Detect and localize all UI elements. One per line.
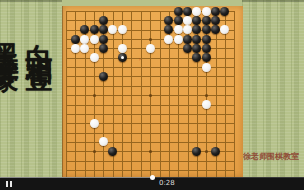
white-stone [174, 25, 183, 34]
black-stone [192, 53, 201, 62]
grid-hline [66, 114, 234, 115]
black-stone [192, 147, 201, 156]
black-stone [202, 44, 211, 53]
white-stone [202, 7, 211, 16]
go-board[interactable]: › [62, 6, 243, 177]
white-stone [118, 44, 127, 53]
grid-vline [234, 11, 235, 179]
black-stone [99, 72, 108, 81]
grid-vline [225, 11, 226, 179]
board-annotation: › [139, 55, 141, 62]
progress-played [0, 177, 152, 178]
star-point [205, 94, 208, 97]
grid-hline [66, 170, 234, 171]
black-stone [99, 35, 108, 44]
grid-vline [160, 11, 161, 179]
white-stone [183, 16, 192, 25]
black-stone [211, 7, 220, 16]
star-point [205, 150, 208, 153]
black-stone [183, 7, 192, 16]
white-stone [80, 44, 89, 53]
white-stone [202, 100, 211, 109]
white-stone [202, 63, 211, 72]
black-stone [99, 25, 108, 34]
white-stone [80, 35, 89, 44]
black-stone [164, 25, 173, 34]
classroom-watermark: 徐老师围棋教室 [242, 152, 300, 161]
right-tatami-panel: 徐老师围棋教室 [242, 0, 304, 190]
white-stone [99, 137, 108, 146]
black-stone [202, 53, 211, 62]
black-stone [202, 16, 211, 25]
star-point [149, 94, 152, 97]
grid-hline [66, 133, 234, 134]
black-stone [80, 25, 89, 34]
time-label: 0:28 [159, 179, 175, 187]
white-stone [220, 25, 229, 34]
black-stone [164, 16, 173, 25]
white-stone [118, 25, 127, 34]
black-stone [220, 7, 229, 16]
star-point [93, 150, 96, 153]
black-stone [211, 25, 220, 34]
black-player-name: 黑辜梓豪 [0, 22, 19, 50]
white-stone [192, 7, 201, 16]
pause-icon[interactable] [6, 181, 12, 187]
black-stone [192, 35, 201, 44]
white-stone [90, 35, 99, 44]
star-point [149, 38, 152, 41]
last-move-marker [121, 56, 124, 59]
white-player-name: 白卞相壹 [25, 22, 53, 50]
black-stone [90, 25, 99, 34]
star-point [93, 94, 96, 97]
white-stone [90, 53, 99, 62]
black-stone [174, 16, 183, 25]
white-stone [164, 35, 173, 44]
black-stone [202, 25, 211, 34]
black-stone [183, 35, 192, 44]
black-stone [174, 7, 183, 16]
black-stone [183, 44, 192, 53]
screenshot-stage: 黑辜梓豪 白卞相壹 徐老师围棋教室 › 0:28 [0, 0, 304, 190]
grid-hline [66, 161, 234, 162]
grid-hline [66, 142, 234, 143]
left-tatami-panel: 黑辜梓豪 白卞相壹 [0, 0, 62, 190]
video-player-bar[interactable]: 0:28 [0, 177, 304, 190]
white-stone [71, 44, 80, 53]
black-stone [99, 16, 108, 25]
white-stone [90, 119, 99, 128]
black-stone [99, 44, 108, 53]
white-stone [146, 44, 155, 53]
star-point [149, 150, 152, 153]
white-stone [108, 25, 117, 34]
black-stone [211, 147, 220, 156]
playhead-dot[interactable] [150, 175, 155, 180]
black-stone [192, 25, 201, 34]
black-stone [211, 16, 220, 25]
black-stone [202, 35, 211, 44]
white-stone [183, 25, 192, 34]
black-stone [192, 16, 201, 25]
black-stone [71, 35, 80, 44]
white-stone [174, 35, 183, 44]
black-stone [108, 147, 117, 156]
black-stone [192, 44, 201, 53]
